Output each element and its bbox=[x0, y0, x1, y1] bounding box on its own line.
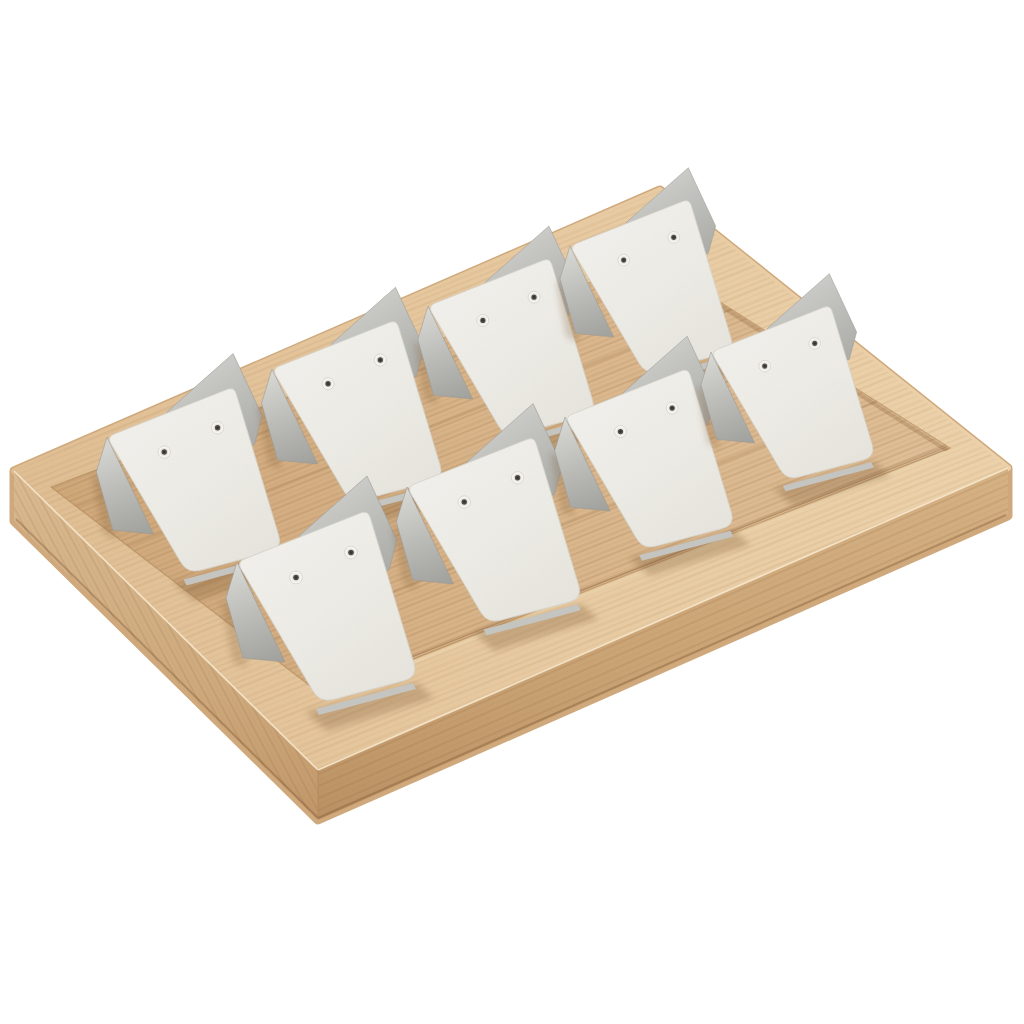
earring-post-hole-2 bbox=[511, 472, 523, 484]
earring-post-hole-2 bbox=[211, 422, 223, 434]
hole-center bbox=[216, 427, 219, 430]
hole-center bbox=[327, 382, 329, 384]
earring-post-hole-2 bbox=[668, 232, 680, 244]
earring-post-hole-1 bbox=[158, 446, 170, 458]
earring-post-hole-1 bbox=[614, 426, 626, 438]
hole-center bbox=[482, 319, 484, 321]
hole-center bbox=[295, 576, 298, 579]
earring-post-hole-1 bbox=[322, 378, 334, 390]
hole-center bbox=[379, 359, 381, 361]
hole-center bbox=[764, 365, 766, 367]
earring-post-hole-2 bbox=[666, 402, 678, 414]
hole-center bbox=[350, 551, 353, 554]
hole-center bbox=[163, 451, 166, 454]
earring-post-hole-1 bbox=[458, 496, 470, 508]
hole-center bbox=[814, 342, 816, 344]
product-photo-stage bbox=[0, 0, 1024, 1024]
earring-post-hole-2 bbox=[528, 291, 540, 303]
earring-post-hole-2 bbox=[345, 546, 358, 559]
hole-center bbox=[619, 430, 621, 432]
earring-post-hole-1 bbox=[290, 571, 303, 584]
earring-post-hole-2 bbox=[374, 354, 386, 366]
jewelry-tray-photo bbox=[0, 0, 1024, 1024]
earring-post-hole-2 bbox=[809, 338, 821, 350]
hole-center bbox=[671, 407, 673, 409]
hole-center bbox=[463, 501, 466, 504]
earring-post-hole-1 bbox=[477, 314, 489, 326]
hole-center bbox=[516, 477, 519, 480]
hole-center bbox=[533, 296, 535, 298]
hole-center bbox=[623, 259, 625, 261]
earring-post-hole-1 bbox=[618, 254, 630, 266]
hole-center bbox=[673, 236, 675, 238]
earring-post-hole-1 bbox=[759, 360, 771, 372]
